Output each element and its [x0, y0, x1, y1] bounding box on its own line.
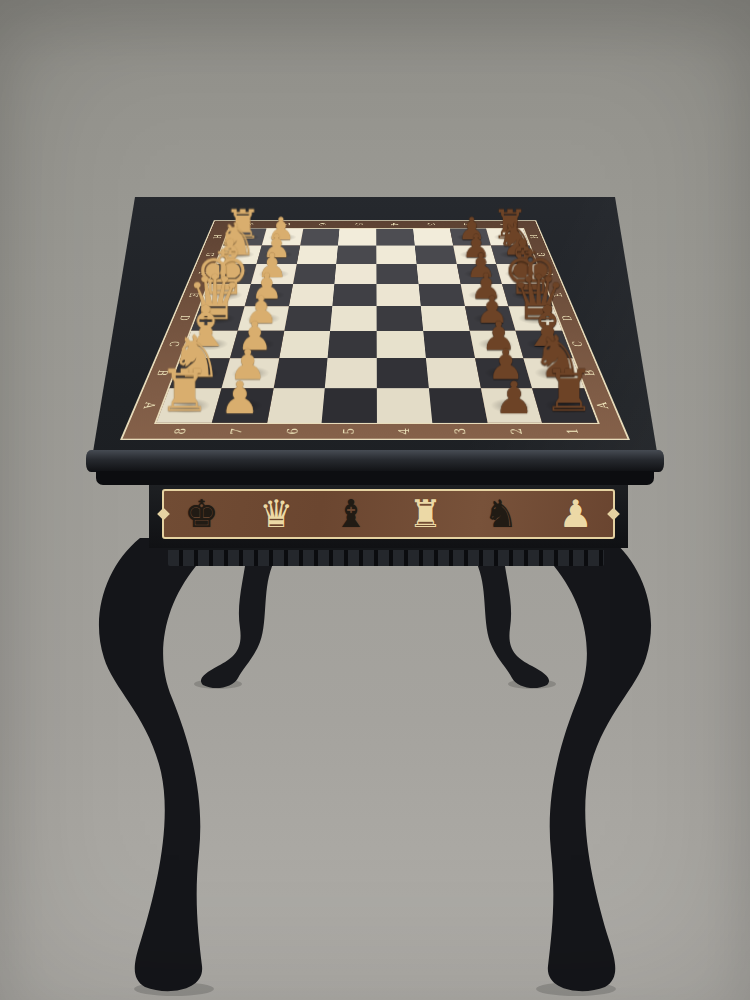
square-h6[interactable] [300, 229, 340, 246]
coordinate-label: 4 [397, 428, 412, 434]
rook-icon: ♜ [409, 491, 443, 537]
square-e4[interactable] [376, 284, 420, 306]
square-a7[interactable]: ♟ [212, 388, 274, 422]
square-b4[interactable] [377, 358, 429, 388]
square-g3[interactable] [415, 245, 457, 263]
board-frame: ♜♟♟♜♞♟♟♞♝♟♟♝♚♟♟♚♛♟♟♛♝♟♟♝♞♟♟♞♜♟♟♜ 8877665… [120, 220, 630, 440]
square-a4[interactable] [377, 388, 432, 422]
square-e3[interactable] [418, 284, 464, 306]
table-apron: ♚♛♝♜♞♟ [149, 484, 628, 548]
square-b6[interactable] [273, 358, 328, 388]
square-g5[interactable] [336, 245, 376, 263]
square-e6[interactable] [289, 284, 335, 306]
dark-pawn: ♟ [494, 375, 534, 419]
coordinate-label: 6 [285, 428, 301, 434]
square-c6[interactable] [279, 331, 330, 358]
coordinate-label: 3 [426, 223, 436, 226]
coordinate-label: 6 [317, 223, 327, 226]
queen-icon: ♛ [259, 491, 293, 537]
square-g4[interactable] [376, 245, 416, 263]
coordinate-label: 3 [453, 428, 469, 434]
dentil-molding [168, 548, 604, 566]
square-d5[interactable] [330, 306, 376, 331]
apron-panel: ♚♛♝♜♞♟ [162, 489, 615, 539]
square-c5[interactable] [328, 331, 377, 358]
square-h3[interactable] [413, 229, 453, 246]
light-pawn: ♟ [220, 375, 260, 419]
square-f3[interactable] [416, 264, 460, 284]
chess-board: ♜♟♟♜♞♟♟♞♝♟♟♝♚♟♟♚♛♟♟♛♝♟♟♝♞♟♟♞♜♟♟♜ 8877665… [120, 220, 630, 440]
square-h4[interactable] [376, 229, 414, 246]
dark-rook: ♜ [543, 362, 595, 420]
square-a5[interactable] [322, 388, 377, 422]
square-a1[interactable]: ♜ [532, 388, 597, 422]
coordinate-label: 8 [173, 428, 190, 434]
board-squares: ♜♟♟♜♞♟♟♞♝♟♟♝♚♟♟♚♛♟♟♛♝♟♟♝♞♟♟♞♜♟♟♜ [154, 228, 600, 424]
front-left-leg [99, 538, 202, 991]
coordinate-label: 7 [229, 428, 245, 434]
square-a8[interactable]: ♜ [156, 388, 221, 422]
tabletop-edge-molding [86, 450, 664, 472]
square-f6[interactable] [293, 264, 337, 284]
front-right-leg [548, 538, 651, 991]
bishop-icon: ♝ [334, 491, 368, 537]
coordinate-label: 5 [341, 428, 356, 434]
coordinate-label: 1 [564, 428, 581, 434]
king-icon: ♚ [184, 491, 218, 537]
light-rook: ♜ [159, 362, 211, 420]
pawn-icon: ♟ [559, 491, 593, 537]
square-f4[interactable] [376, 264, 418, 284]
square-f5[interactable] [335, 264, 377, 284]
knight-icon: ♞ [484, 491, 518, 537]
coordinate-label: 2 [509, 428, 525, 434]
square-a2[interactable]: ♟ [481, 388, 543, 422]
square-d3[interactable] [421, 306, 470, 331]
square-a3[interactable] [429, 388, 487, 422]
square-b5[interactable] [325, 358, 377, 388]
square-h5[interactable] [338, 229, 376, 246]
square-d4[interactable] [377, 306, 423, 331]
square-a6[interactable] [267, 388, 325, 422]
chess-table-photo: ♚♛♝♜♞♟ ♜♟♟♜♞♟♟♞♝♟♟♝♚♟♟♚♛♟♟♛♝♟♟♝♞♟♟♞♜♟♟♜ … [0, 0, 750, 1000]
back-right-leg [474, 545, 549, 688]
coordinate-label: 4 [390, 223, 400, 226]
square-d6[interactable] [284, 306, 333, 331]
coordinate-label: A [141, 402, 158, 409]
square-b3[interactable] [426, 358, 481, 388]
square-e5[interactable] [333, 284, 377, 306]
coordinate-label: 5 [353, 223, 363, 226]
coordinate-label: A [595, 402, 612, 409]
square-c4[interactable] [377, 331, 426, 358]
tabletop-under-lip [96, 471, 654, 485]
back-left-leg [201, 545, 276, 688]
square-c3[interactable] [423, 331, 475, 358]
square-g6[interactable] [296, 245, 338, 263]
